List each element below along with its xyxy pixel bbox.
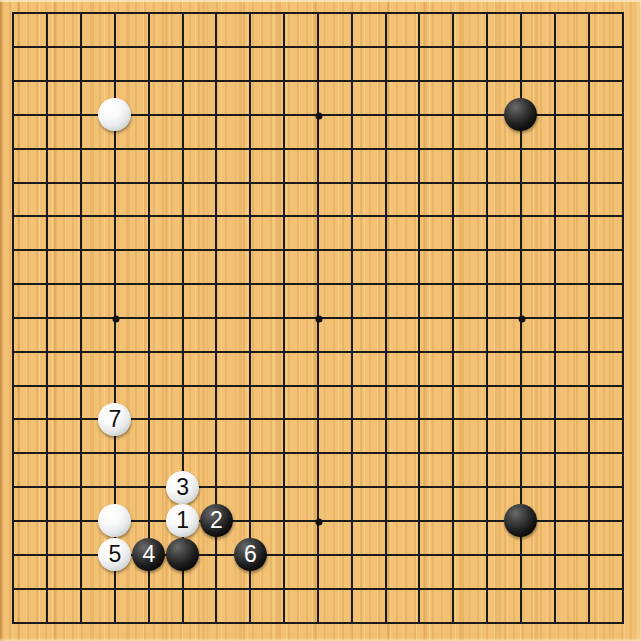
move-number: 3 (176, 476, 189, 499)
stone-black-Q4 (504, 504, 537, 537)
stone-white-F4: 1 (166, 504, 199, 537)
move-number: 5 (109, 543, 122, 566)
stone-black-E3: 4 (132, 538, 165, 571)
stone-white-F5: 3 (166, 471, 199, 504)
stone-white-D7: 7 (98, 403, 131, 436)
go-board[interactable]: 7312546 (0, 0, 641, 641)
stones-grid: 7312546 (0, 0, 639, 639)
stone-white-D3: 5 (98, 538, 131, 571)
move-number: 2 (210, 509, 223, 532)
move-number: 4 (142, 543, 155, 566)
stone-black-Q16 (504, 98, 537, 131)
move-number: 6 (244, 543, 257, 566)
move-number: 7 (109, 408, 122, 431)
move-number: 1 (176, 509, 189, 532)
stone-white-D4 (98, 504, 131, 537)
stone-black-G4: 2 (200, 504, 233, 537)
stone-white-D16 (98, 98, 131, 131)
stone-black-F3 (166, 538, 199, 571)
stone-black-H3: 6 (234, 538, 267, 571)
